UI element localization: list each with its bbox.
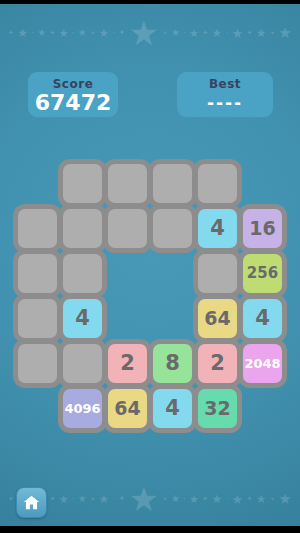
star-icon: ✦ bbox=[270, 496, 275, 502]
score-value: 67472 bbox=[28, 92, 118, 114]
star-icon: ★ bbox=[189, 28, 199, 39]
star-icon: ✦ bbox=[119, 495, 126, 503]
star-icon: ★ bbox=[78, 28, 87, 38]
star-icon: ★ bbox=[231, 27, 243, 40]
empty-cell-r2c1 bbox=[18, 209, 57, 248]
tile-256-r3c6: 256 bbox=[243, 254, 282, 293]
star-icon: • bbox=[226, 497, 228, 501]
empty-cell-r5c2 bbox=[63, 344, 102, 383]
star-icon: ★ bbox=[256, 27, 267, 39]
star-icon: ✦ bbox=[8, 496, 14, 503]
void-r3c4 bbox=[153, 254, 192, 293]
empty-cell-r3c2 bbox=[63, 254, 102, 293]
star-icon: ✦ bbox=[8, 30, 14, 37]
empty-cell-r2c3 bbox=[108, 209, 147, 248]
tile-2-r5c3: 2 bbox=[108, 344, 147, 383]
empty-cell-r3c5 bbox=[198, 254, 237, 293]
star-icon: ★ bbox=[256, 493, 267, 505]
star-icon: ✦ bbox=[270, 30, 275, 36]
star-icon: • bbox=[226, 31, 228, 35]
star-icon: ★ bbox=[37, 28, 46, 38]
tile-32-r6c5: 32 bbox=[198, 389, 237, 428]
home-icon bbox=[22, 493, 41, 512]
void-r4c4 bbox=[153, 299, 192, 338]
empty-cell-r1c5 bbox=[198, 164, 237, 203]
star-icon: ★ bbox=[171, 494, 180, 504]
empty-cell-r3c1 bbox=[18, 254, 57, 293]
star-icon: ★ bbox=[78, 494, 87, 504]
star-icon: ✦ bbox=[162, 496, 167, 502]
star-decoration-row-top: ✦★•★✦★•★✦★•✦★✦★•★✦★•★✦★✦★ bbox=[8, 14, 292, 52]
star-icon: ✦ bbox=[246, 30, 252, 37]
star-icon: ★ bbox=[59, 28, 69, 39]
star-icon: ★ bbox=[99, 27, 110, 39]
empty-cell-r1c3 bbox=[108, 164, 147, 203]
void-r3c3 bbox=[108, 254, 147, 293]
home-button[interactable] bbox=[16, 487, 47, 518]
star-icon: • bbox=[183, 497, 185, 501]
star-icon: • bbox=[113, 497, 115, 501]
game-screen: ✦★•★✦★•★✦★•✦★✦★•★✦★•★✦★✦★ Score 67472 Be… bbox=[0, 4, 300, 526]
star-icon: ★ bbox=[278, 492, 291, 507]
star-icon: • bbox=[72, 497, 74, 501]
tile-4096-r6c2: 4096 bbox=[63, 389, 102, 428]
empty-cell-r4c1 bbox=[18, 299, 57, 338]
tile-4-r4c2: 4 bbox=[63, 299, 102, 338]
star-icon: ★ bbox=[129, 482, 159, 516]
best-label: Best bbox=[177, 77, 273, 91]
empty-cell-r5c1 bbox=[18, 344, 57, 383]
star-icon: ★ bbox=[17, 27, 28, 39]
empty-cell-r1c2 bbox=[63, 164, 102, 203]
best-value: ---- bbox=[177, 95, 273, 112]
star-decoration-row-bottom: ✦★•★✦★•★✦★•✦★✦★•★✦★•★✦★✦★ bbox=[8, 480, 292, 518]
void-r1c6 bbox=[243, 164, 282, 203]
star-icon: ✦ bbox=[119, 29, 126, 37]
score-panel: Score 67472 bbox=[28, 72, 118, 118]
star-icon: ★ bbox=[59, 494, 69, 505]
empty-cell-r2c2 bbox=[63, 209, 102, 248]
star-icon: ✦ bbox=[202, 496, 208, 503]
star-icon: • bbox=[72, 31, 74, 35]
void-r4c3 bbox=[108, 299, 147, 338]
tile-16-r2c6: 16 bbox=[243, 209, 282, 248]
star-icon: • bbox=[31, 31, 33, 35]
star-icon: ★ bbox=[212, 27, 223, 39]
star-icon: ★ bbox=[212, 493, 223, 505]
empty-cell-r2c4 bbox=[153, 209, 192, 248]
tile-2048-r5c6: 2048 bbox=[243, 344, 282, 383]
star-icon: ★ bbox=[99, 493, 110, 505]
phone-frame: ✦★•★✦★•★✦★•✦★✦★•★✦★•★✦★✦★ Score 67472 Be… bbox=[0, 0, 300, 533]
void-r6c1 bbox=[18, 389, 57, 428]
star-icon: ★ bbox=[171, 28, 180, 38]
tile-64-r4c5: 64 bbox=[198, 299, 237, 338]
empty-cell-r1c4 bbox=[153, 164, 192, 203]
star-icon: ★ bbox=[189, 494, 199, 505]
star-icon: ★ bbox=[231, 493, 243, 506]
star-icon: ★ bbox=[278, 26, 291, 41]
score-label: Score bbox=[28, 77, 118, 91]
star-icon: ✦ bbox=[162, 30, 167, 36]
tile-4-r4c6: 4 bbox=[243, 299, 282, 338]
star-icon: ✦ bbox=[90, 496, 95, 502]
tile-2-r5c5: 2 bbox=[198, 344, 237, 383]
void-r6c6 bbox=[243, 389, 282, 428]
tile-64-r6c3: 64 bbox=[108, 389, 147, 428]
tile-4-r2c5: 4 bbox=[198, 209, 237, 248]
star-icon: ✦ bbox=[50, 496, 56, 503]
void-r1c1 bbox=[18, 164, 57, 203]
board[interactable]: 41625646442822048409664432 bbox=[18, 164, 282, 428]
star-icon: ★ bbox=[129, 16, 159, 50]
star-icon: ✦ bbox=[90, 30, 95, 36]
star-icon: ✦ bbox=[246, 496, 252, 503]
star-icon: ✦ bbox=[202, 30, 208, 37]
tile-8-r5c4: 8 bbox=[153, 344, 192, 383]
star-icon: • bbox=[113, 31, 115, 35]
best-panel: Best ---- bbox=[177, 72, 273, 118]
star-icon: • bbox=[183, 31, 185, 35]
star-icon: ✦ bbox=[50, 30, 56, 37]
tile-4-r6c4: 4 bbox=[153, 389, 192, 428]
